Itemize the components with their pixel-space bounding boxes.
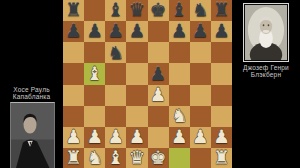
black-player-name-line1: Джозеф Генри: [233, 64, 299, 71]
square-f4[interactable]: [169, 85, 190, 106]
black-rook: ♜: [213, 1, 230, 20]
black-knight: ♞: [108, 43, 125, 62]
screenshot-stage: Хосе Рауль Капабланка ♜♝♛♚♝♞♜♟♟♟♟♟♟♟♞♝♟♟…: [0, 0, 300, 168]
square-c3[interactable]: [105, 106, 126, 127]
square-f1[interactable]: [169, 148, 190, 168]
black-pawn: ♟: [65, 22, 82, 41]
white-knight: ♞: [171, 106, 188, 125]
square-e3[interactable]: [148, 106, 169, 127]
square-c1[interactable]: ♝: [105, 148, 126, 168]
square-b1[interactable]: ♞: [84, 148, 105, 168]
square-g4[interactable]: [190, 85, 211, 106]
square-g3[interactable]: [190, 106, 211, 127]
black-rook: ♜: [65, 1, 82, 20]
white-pawn: ♟: [86, 128, 103, 147]
square-h4[interactable]: [211, 85, 232, 106]
black-queen: ♛: [129, 1, 146, 20]
square-c5[interactable]: [105, 63, 126, 84]
square-d5[interactable]: [126, 63, 147, 84]
chess-board: ♜♝♛♚♝♞♜♟♟♟♟♟♟♟♞♝♟♟♞♟♟♟♟♟♟♟♜♞♝♛♚♜: [63, 0, 232, 168]
black-king: ♚: [150, 1, 167, 20]
square-h8[interactable]: ♜: [211, 0, 232, 21]
square-c6[interactable]: ♞: [105, 42, 126, 63]
square-g8[interactable]: ♞: [190, 0, 211, 21]
square-b8[interactable]: [84, 0, 105, 21]
square-h6[interactable]: [211, 42, 232, 63]
square-g7[interactable]: ♟: [190, 21, 211, 42]
square-d7[interactable]: ♟: [126, 21, 147, 42]
left-eye: [263, 24, 265, 26]
square-e6[interactable]: [148, 42, 169, 63]
square-h2[interactable]: ♟: [211, 127, 232, 148]
square-a8[interactable]: ♜: [63, 0, 84, 21]
right-eye: [268, 24, 270, 26]
square-b7[interactable]: ♟: [84, 21, 105, 42]
square-g6[interactable]: [190, 42, 211, 63]
square-e7[interactable]: [148, 21, 169, 42]
black-pawn: ♟: [108, 22, 125, 41]
square-d2[interactable]: ♟: [126, 127, 147, 148]
black-pawn: ♟: [171, 22, 188, 41]
white-rook: ♜: [65, 149, 82, 168]
mustache: [263, 30, 269, 33]
square-c4[interactable]: [105, 85, 126, 106]
square-b3[interactable]: [84, 106, 105, 127]
square-g1[interactable]: [190, 148, 211, 168]
blackburne-portrait-image: [245, 5, 287, 60]
square-b2[interactable]: ♟: [84, 127, 105, 148]
square-a3[interactable]: [63, 106, 84, 127]
white-pawn: ♟: [171, 128, 188, 147]
square-g2[interactable]: ♟: [190, 127, 211, 148]
white-knight: ♞: [86, 149, 103, 168]
black-knight: ♞: [192, 1, 209, 20]
black-pawn: ♟: [129, 22, 146, 41]
white-player-name-line2: Капабланка: [0, 93, 63, 100]
black-player-caption: Джозеф Генри Блэкберн: [233, 64, 299, 78]
square-d6[interactable]: [126, 42, 147, 63]
black-bishop: ♝: [171, 1, 188, 20]
square-e2[interactable]: [148, 127, 169, 148]
square-f2[interactable]: ♟: [169, 127, 190, 148]
black-pawn: ♟: [192, 22, 209, 41]
capablanca-portrait: [10, 102, 55, 168]
white-player-caption: Хосе Рауль Капабланка: [0, 86, 63, 100]
square-c7[interactable]: ♟: [105, 21, 126, 42]
black-pawn: ♟: [150, 64, 167, 83]
square-e1[interactable]: ♚: [148, 148, 169, 168]
white-pawn: ♟: [213, 128, 230, 147]
square-e4[interactable]: ♟: [148, 85, 169, 106]
square-c8[interactable]: ♝: [105, 0, 126, 21]
white-pawn: ♟: [65, 128, 82, 147]
square-h5[interactable]: [211, 63, 232, 84]
square-a4[interactable]: [63, 85, 84, 106]
white-queen: ♛: [129, 149, 146, 168]
square-g5[interactable]: [190, 63, 211, 84]
white-rook: ♜: [213, 149, 230, 168]
square-a2[interactable]: ♟: [63, 127, 84, 148]
white-pawn: ♟: [192, 128, 209, 147]
square-h3[interactable]: [211, 106, 232, 127]
black-bishop: ♝: [108, 1, 125, 20]
black-pawn: ♟: [213, 22, 230, 41]
square-b4[interactable]: [84, 85, 105, 106]
square-f3[interactable]: ♞: [169, 106, 190, 127]
square-d3[interactable]: [126, 106, 147, 127]
capablanca-portrait-image: [11, 103, 54, 168]
white-pawn: ♟: [108, 128, 125, 147]
square-f6[interactable]: [169, 42, 190, 63]
square-d4[interactable]: [126, 85, 147, 106]
square-d1[interactable]: ♛: [126, 148, 147, 168]
square-h7[interactable]: ♟: [211, 21, 232, 42]
white-player-name-line1: Хосе Рауль: [0, 86, 63, 93]
square-b6[interactable]: [84, 42, 105, 63]
blackburne-portrait: [243, 3, 289, 62]
square-c2[interactable]: ♟: [105, 127, 126, 148]
square-b5[interactable]: ♝: [84, 63, 105, 84]
white-pawn: ♟: [150, 85, 167, 104]
square-e5[interactable]: ♟: [148, 63, 169, 84]
square-e8[interactable]: ♚: [148, 0, 169, 21]
white-pawn: ♟: [129, 128, 146, 147]
square-a7[interactable]: ♟: [63, 21, 84, 42]
square-f8[interactable]: ♝: [169, 0, 190, 21]
square-a6[interactable]: [63, 42, 84, 63]
square-f5[interactable]: [169, 63, 190, 84]
white-bishop: ♝: [86, 64, 103, 83]
black-pawn: ♟: [86, 22, 103, 41]
square-d8[interactable]: ♛: [126, 0, 147, 21]
square-f7[interactable]: ♟: [169, 21, 190, 42]
square-a1[interactable]: ♜: [63, 148, 84, 168]
square-h1[interactable]: ♜: [211, 148, 232, 168]
white-bishop: ♝: [108, 149, 125, 168]
white-king: ♚: [150, 149, 167, 168]
square-a5[interactable]: [63, 63, 84, 84]
black-player-name-line2: Блэкберн: [233, 71, 299, 78]
